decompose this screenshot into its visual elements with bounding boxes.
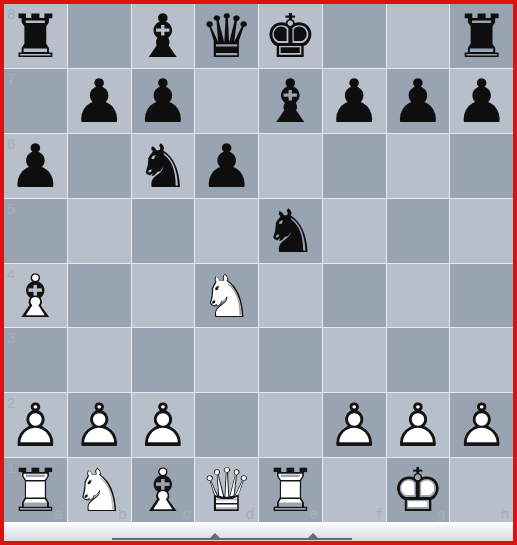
square-a5[interactable]: 5	[4, 199, 67, 263]
partial-control-edge	[112, 538, 352, 540]
piece-black-pawn-c7[interactable]: ♟	[132, 69, 195, 133]
piece-black-king-e8[interactable]: ♚	[259, 4, 322, 68]
piece-white-knight-d4[interactable]: ♞♘	[195, 264, 258, 328]
file-label-e: e	[309, 505, 317, 522]
square-f1[interactable]: f	[323, 458, 386, 522]
square-h6[interactable]	[450, 134, 513, 198]
pawn-glyph: ♟	[132, 69, 195, 133]
king-glyph: ♚	[259, 4, 322, 68]
pawn-glyph: ♟	[387, 69, 450, 133]
square-d3[interactable]	[195, 328, 258, 392]
file-label-f: f	[377, 505, 381, 522]
square-g7[interactable]: ♟	[387, 69, 450, 133]
square-e7[interactable]: ♝	[259, 69, 322, 133]
pawn-glyph: ♟	[450, 69, 513, 133]
square-c3[interactable]	[132, 328, 195, 392]
square-e6[interactable]	[259, 134, 322, 198]
square-b1[interactable]: b♞♘	[68, 458, 131, 522]
rank-label-3: 3	[7, 329, 15, 346]
square-d4[interactable]: ♞♘	[195, 264, 258, 328]
rank-label-2: 2	[7, 394, 15, 411]
square-c6[interactable]: ♞	[132, 134, 195, 198]
pawn-glyph: ♟	[68, 69, 131, 133]
rank-label-5: 5	[7, 200, 15, 217]
piece-black-pawn-g7[interactable]: ♟	[387, 69, 450, 133]
square-b7[interactable]: ♟	[68, 69, 131, 133]
square-a1[interactable]: 1a♜♖	[4, 458, 67, 522]
piece-black-pawn-d6[interactable]: ♟	[195, 134, 258, 198]
rank-label-6: 6	[7, 135, 15, 152]
knight-glyph-outline: ♘	[195, 264, 258, 328]
piece-black-queen-d8[interactable]: ♛	[195, 4, 258, 68]
rank-label-4: 4	[7, 265, 15, 282]
file-label-c: c	[183, 505, 191, 522]
square-f4[interactable]	[323, 264, 386, 328]
square-h7[interactable]: ♟	[450, 69, 513, 133]
square-e8[interactable]: ♚	[259, 4, 322, 68]
square-f6[interactable]	[323, 134, 386, 198]
square-g3[interactable]	[387, 328, 450, 392]
square-g6[interactable]	[387, 134, 450, 198]
file-label-b: b	[118, 505, 126, 522]
square-a7[interactable]: 7	[4, 69, 67, 133]
square-d1[interactable]: d♛♕	[195, 458, 258, 522]
piece-black-bishop-c8[interactable]: ♝	[132, 4, 195, 68]
square-c5[interactable]	[132, 199, 195, 263]
square-h1[interactable]: h	[450, 458, 513, 522]
square-h3[interactable]	[450, 328, 513, 392]
piece-black-bishop-e7[interactable]: ♝	[259, 69, 322, 133]
square-h2[interactable]: ♟♙	[450, 393, 513, 457]
square-h5[interactable]	[450, 199, 513, 263]
square-d2[interactable]	[195, 393, 258, 457]
rank-label-7: 7	[7, 70, 15, 87]
square-e1[interactable]: e♜♖	[259, 458, 322, 522]
square-c8[interactable]: ♝	[132, 4, 195, 68]
square-g1[interactable]: g♚♔	[387, 458, 450, 522]
square-a6[interactable]: 6♟	[4, 134, 67, 198]
piece-white-pawn-h2[interactable]: ♟♙	[450, 393, 513, 457]
bishop-glyph: ♝	[259, 69, 322, 133]
square-e5[interactable]: ♞	[259, 199, 322, 263]
file-label-h: h	[501, 505, 509, 522]
piece-black-pawn-b7[interactable]: ♟	[68, 69, 131, 133]
notch-icon	[308, 533, 318, 538]
square-g4[interactable]	[387, 264, 450, 328]
pawn-glyph: ♟	[323, 69, 386, 133]
board-frame: 8♜♝♛♚♜7♟♟♝♟♟♟6♟♞♟5♞4♝♗♞♘32♟♙♟♙♟♙♟♙♟♙♟♙1a…	[0, 0, 517, 545]
rook-glyph: ♜	[450, 4, 513, 68]
square-f2[interactable]: ♟♙	[323, 393, 386, 457]
square-a8[interactable]: 8♜	[4, 4, 67, 68]
queen-glyph: ♛	[195, 4, 258, 68]
piece-black-pawn-h7[interactable]: ♟	[450, 69, 513, 133]
square-f5[interactable]	[323, 199, 386, 263]
piece-white-pawn-c2[interactable]: ♟♙	[132, 393, 195, 457]
knight-glyph: ♞	[132, 134, 195, 198]
rank-label-8: 8	[7, 5, 15, 22]
file-label-a: a	[54, 505, 62, 522]
pawn-glyph-outline: ♙	[323, 393, 386, 457]
pawn-glyph-outline: ♙	[387, 393, 450, 457]
square-c4[interactable]	[132, 264, 195, 328]
square-e2[interactable]	[259, 393, 322, 457]
piece-white-pawn-b2[interactable]: ♟♙	[68, 393, 131, 457]
file-label-g: g	[437, 505, 445, 522]
rank-label-1: 1	[7, 459, 15, 476]
square-d8[interactable]: ♛	[195, 4, 258, 68]
square-a4[interactable]: 4♝♗	[4, 264, 67, 328]
square-f7[interactable]: ♟	[323, 69, 386, 133]
bishop-glyph: ♝	[132, 4, 195, 68]
square-b2[interactable]: ♟♙	[68, 393, 131, 457]
square-g8[interactable]	[387, 4, 450, 68]
square-b8[interactable]	[68, 4, 131, 68]
square-f8[interactable]	[323, 4, 386, 68]
piece-white-pawn-g2[interactable]: ♟♙	[387, 393, 450, 457]
square-c1[interactable]: c♝♗	[132, 458, 195, 522]
square-g2[interactable]: ♟♙	[387, 393, 450, 457]
pawn-glyph-outline: ♙	[68, 393, 131, 457]
square-f3[interactable]	[323, 328, 386, 392]
knight-glyph: ♞	[259, 199, 322, 263]
square-b5[interactable]	[68, 199, 131, 263]
piece-black-knight-c6[interactable]: ♞	[132, 134, 195, 198]
square-e3[interactable]	[259, 328, 322, 392]
piece-black-rook-h8[interactable]: ♜	[450, 4, 513, 68]
piece-black-pawn-f7[interactable]: ♟	[323, 69, 386, 133]
piece-black-knight-e5[interactable]: ♞	[259, 199, 322, 263]
piece-white-pawn-f2[interactable]: ♟♙	[323, 393, 386, 457]
square-h4[interactable]	[450, 264, 513, 328]
square-b6[interactable]	[68, 134, 131, 198]
square-d5[interactable]	[195, 199, 258, 263]
square-e4[interactable]	[259, 264, 322, 328]
square-d6[interactable]: ♟	[195, 134, 258, 198]
square-b3[interactable]	[68, 328, 131, 392]
square-c2[interactable]: ♟♙	[132, 393, 195, 457]
notch-icon	[210, 533, 220, 538]
square-h8[interactable]: ♜	[450, 4, 513, 68]
square-g5[interactable]	[387, 199, 450, 263]
file-label-d: d	[246, 505, 254, 522]
pawn-glyph-outline: ♙	[450, 393, 513, 457]
square-b4[interactable]	[68, 264, 131, 328]
square-a3[interactable]: 3	[4, 328, 67, 392]
square-a2[interactable]: 2♟♙	[4, 393, 67, 457]
pawn-glyph-outline: ♙	[132, 393, 195, 457]
square-c7[interactable]: ♟	[132, 69, 195, 133]
pawn-glyph: ♟	[195, 134, 258, 198]
chess-board: 8♜♝♛♚♜7♟♟♝♟♟♟6♟♞♟5♞4♝♗♞♘32♟♙♟♙♟♙♟♙♟♙♟♙1a…	[4, 4, 513, 522]
square-d7[interactable]	[195, 69, 258, 133]
